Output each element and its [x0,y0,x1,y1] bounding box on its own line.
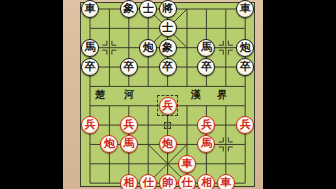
piece-glyph: 馬 [123,137,134,151]
piece-glyph: 仕 [182,176,193,189]
piece-glyph: 帥 [162,176,173,189]
piece-black-soldier[interactable]: 卒 [159,58,177,76]
piece-black-general[interactable]: 將 [159,0,177,18]
piece-black-horse[interactable]: 馬 [81,39,99,57]
river-text-char-1: 楚 [93,89,107,102]
piece-red-advisor[interactable]: 仕 [139,174,157,189]
piece-black-advisor[interactable]: 士 [159,19,177,37]
piece-glyph: 卒 [201,60,212,74]
piece-glyph: 車 [182,156,193,170]
piece-red-chariot[interactable]: 車 [217,174,235,189]
piece-glyph: 炮 [104,137,115,151]
piece-glyph: 相 [123,176,134,189]
piece-red-elephant[interactable]: 相 [120,174,138,189]
piece-red-general[interactable]: 帥 [159,174,177,189]
piece-black-soldier[interactable]: 卒 [120,58,138,76]
piece-glyph: 車 [85,2,96,16]
piece-glyph: 卒 [123,60,134,74]
piece-black-horse[interactable]: 馬 [197,39,215,57]
piece-glyph: 兵 [201,118,212,132]
piece-glyph: 馬 [201,40,212,54]
piece-glyph: 卒 [240,60,251,74]
piece-glyph: 象 [123,2,134,16]
piece-red-elephant[interactable]: 相 [197,174,215,189]
piece-glyph: 士 [143,2,154,16]
piece-glyph: 卒 [85,60,96,74]
piece-glyph: 卒 [162,60,173,74]
screenshot-root: 楚 河 漢 界 車象士將車士馬炮象馬炮卒卒卒卒卒兵兵兵兵兵炮馬炮馬車相仕帥仕相車 [0,0,336,189]
river-text-char-2: 河 [122,89,136,102]
piece-black-elephant[interactable]: 象 [159,39,177,57]
last-move-origin-marker [164,122,171,129]
river-text-char-3: 漢 [189,89,203,102]
piece-red-soldier[interactable]: 兵 [120,116,138,134]
piece-glyph: 象 [162,40,173,54]
piece-black-cannon[interactable]: 炮 [236,39,254,57]
letterbox-left [0,0,63,189]
piece-glyph: 士 [162,21,173,35]
piece-glyph: 將 [162,2,173,16]
piece-glyph: 炮 [143,40,154,54]
piece-glyph: 車 [240,2,251,16]
piece-glyph: 仕 [143,176,154,189]
piece-black-elephant[interactable]: 象 [120,0,138,18]
piece-black-soldier[interactable]: 卒 [81,58,99,76]
piece-red-soldier[interactable]: 兵 [81,116,99,134]
piece-black-chariot[interactable]: 車 [81,0,99,18]
piece-glyph: 相 [201,176,212,189]
piece-black-cannon[interactable]: 炮 [139,39,157,57]
piece-glyph: 兵 [240,118,251,132]
piece-glyph: 馬 [201,137,212,151]
piece-glyph: 炮 [162,137,173,151]
piece-red-chariot[interactable]: 車 [178,155,196,173]
piece-red-advisor[interactable]: 仕 [178,174,196,189]
piece-glyph: 兵 [123,118,134,132]
piece-red-soldier[interactable]: 兵 [159,97,177,115]
piece-glyph: 馬 [85,40,96,54]
piece-glyph: 炮 [240,40,251,54]
piece-glyph: 兵 [85,118,96,132]
river-text-char-4: 界 [215,89,229,102]
letterbox-right [263,0,336,189]
piece-red-cannon[interactable]: 炮 [159,135,177,153]
piece-glyph: 兵 [162,98,173,112]
piece-glyph: 車 [220,176,231,189]
